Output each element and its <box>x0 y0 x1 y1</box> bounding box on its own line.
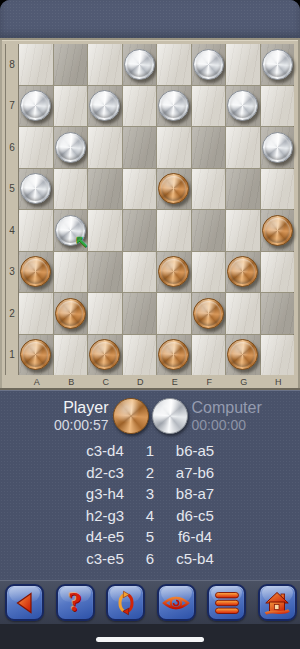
player-move: c3-e5 <box>75 548 135 570</box>
square-f4[interactable] <box>192 210 226 251</box>
status-bar-band <box>0 0 300 38</box>
square-g5[interactable] <box>226 169 260 210</box>
info-panel: Player 00:00:57 Computer 00:00:00 c3-d41… <box>0 390 300 580</box>
move-number: 6 <box>135 548 165 570</box>
square-d5[interactable] <box>123 169 157 210</box>
square-h1[interactable] <box>261 335 295 376</box>
move-list[interactable]: c3-d41b6-a5d2-c32a7-b6g3-h43b8-a7h2-g34d… <box>75 440 225 569</box>
file-label-E: E <box>158 375 192 388</box>
square-e3[interactable] <box>157 252 191 293</box>
square-b5[interactable] <box>54 169 88 210</box>
square-g4[interactable] <box>226 210 260 251</box>
square-c7[interactable] <box>88 86 122 127</box>
toolbar: ? <box>0 580 300 624</box>
square-d8[interactable] <box>123 44 157 85</box>
square-h4[interactable] <box>261 210 295 251</box>
square-e1[interactable] <box>157 335 191 376</box>
menu-bars-icon <box>214 591 240 615</box>
square-g7[interactable] <box>226 86 260 127</box>
move-number: 5 <box>135 526 165 548</box>
eye-icon <box>161 591 191 615</box>
square-b6[interactable] <box>54 127 88 168</box>
computer-move: b8-a7 <box>165 483 225 505</box>
square-f8[interactable] <box>192 44 226 85</box>
file-labels: ABCDEFGH <box>20 375 295 388</box>
file-label-C: C <box>89 375 123 388</box>
checker-player[interactable] <box>55 298 86 329</box>
checker-computer[interactable] <box>20 90 51 121</box>
square-b1[interactable] <box>54 335 88 376</box>
square-e5[interactable] <box>157 169 191 210</box>
computer-color-disc <box>152 398 188 434</box>
square-g1[interactable] <box>226 335 260 376</box>
square-c2[interactable] <box>88 293 122 334</box>
square-d4[interactable] <box>123 210 157 251</box>
square-g6[interactable] <box>226 127 260 168</box>
square-h7[interactable] <box>261 86 295 127</box>
rank-label-1: 1 <box>6 335 18 376</box>
square-c5[interactable] <box>88 169 122 210</box>
square-d6[interactable] <box>123 127 157 168</box>
checkers-board[interactable]: ↖ <box>19 44 294 375</box>
square-h6[interactable] <box>261 127 295 168</box>
checker-player[interactable] <box>20 339 51 370</box>
checker-computer[interactable] <box>262 132 293 163</box>
home-icon <box>263 590 291 616</box>
square-a2[interactable] <box>19 293 53 334</box>
checker-player[interactable] <box>158 256 189 287</box>
player-clock: 00:00:57 <box>54 417 109 433</box>
checkers-board-frame: 87654321 ↖ ABCDEFGH <box>0 38 300 390</box>
file-label-B: B <box>55 375 89 388</box>
bottom-system-band <box>0 624 300 649</box>
square-b3[interactable] <box>54 252 88 293</box>
checker-player[interactable] <box>227 339 258 370</box>
square-e7[interactable] <box>157 86 191 127</box>
undo-button[interactable] <box>5 584 44 621</box>
checker-computer[interactable] <box>55 132 86 163</box>
square-h3[interactable] <box>261 252 295 293</box>
computer-label: Computer <box>192 399 262 417</box>
checker-player[interactable] <box>193 298 224 329</box>
checker-computer[interactable] <box>193 49 224 80</box>
help-button[interactable]: ? <box>56 584 95 621</box>
rank-label-8: 8 <box>6 44 18 85</box>
square-d7[interactable] <box>123 86 157 127</box>
square-h2[interactable] <box>261 293 295 334</box>
square-b8[interactable] <box>54 44 88 85</box>
rotate-arrows-icon <box>113 590 139 616</box>
player-move: d2-c3 <box>75 462 135 484</box>
square-c6[interactable] <box>88 127 122 168</box>
computer-move: d6-c5 <box>165 505 225 527</box>
square-a1[interactable] <box>19 335 53 376</box>
square-f3[interactable] <box>192 252 226 293</box>
hint-button[interactable] <box>157 584 196 621</box>
square-h8[interactable] <box>261 44 295 85</box>
player-move: g3-h4 <box>75 483 135 505</box>
last-move-arrow-icon: ↖ <box>75 233 89 250</box>
square-f6[interactable] <box>192 127 226 168</box>
move-number: 3 <box>135 483 165 505</box>
checker-computer[interactable] <box>227 90 258 121</box>
home-button[interactable] <box>258 584 297 621</box>
menu-button[interactable] <box>207 584 246 621</box>
rank-label-5: 5 <box>6 169 18 210</box>
square-a8[interactable] <box>19 44 53 85</box>
square-c4[interactable] <box>88 210 122 251</box>
file-label-H: H <box>262 375 296 388</box>
square-f5[interactable] <box>192 169 226 210</box>
app-screen: 87654321 ↖ ABCDEFGH Player 00:00:57 Comp… <box>0 0 300 649</box>
checker-player[interactable] <box>89 339 120 370</box>
move-number: 1 <box>135 440 165 462</box>
square-b7[interactable] <box>54 86 88 127</box>
computer-move: b6-a5 <box>165 440 225 462</box>
square-f7[interactable] <box>192 86 226 127</box>
checker-computer[interactable] <box>89 90 120 121</box>
question-mark-icon: ? <box>68 589 82 616</box>
square-d3[interactable] <box>123 252 157 293</box>
square-h5[interactable] <box>261 169 295 210</box>
player-label: Player <box>63 399 108 417</box>
checker-player[interactable] <box>158 339 189 370</box>
file-label-A: A <box>20 375 54 388</box>
computer-clock: 00:00:00 <box>192 417 247 433</box>
player-move: c3-d4 <box>75 440 135 462</box>
home-indicator[interactable] <box>96 637 204 642</box>
move-number: 2 <box>135 462 165 484</box>
square-g8[interactable] <box>226 44 260 85</box>
players-header: Player 00:00:57 Computer 00:00:00 <box>0 398 300 434</box>
computer-move: a7-b6 <box>165 462 225 484</box>
checker-player[interactable] <box>20 256 51 287</box>
square-e2[interactable] <box>157 293 191 334</box>
square-c1[interactable] <box>88 335 122 376</box>
square-b4[interactable]: ↖ <box>54 210 88 251</box>
square-a5[interactable] <box>19 169 53 210</box>
square-f1[interactable] <box>192 335 226 376</box>
checker-computer[interactable] <box>124 49 155 80</box>
checker-computer[interactable] <box>262 49 293 80</box>
square-d1[interactable] <box>123 335 157 376</box>
player-color-disc <box>113 398 149 434</box>
rank-label-7: 7 <box>6 86 18 127</box>
square-a4[interactable] <box>19 210 53 251</box>
checker-computer[interactable]: ↖ <box>55 215 86 246</box>
square-g3[interactable] <box>226 252 260 293</box>
checker-player[interactable] <box>262 215 293 246</box>
square-e4[interactable] <box>157 210 191 251</box>
checker-computer[interactable] <box>158 90 189 121</box>
computer-move: f6-d4 <box>165 526 225 548</box>
square-e6[interactable] <box>157 127 191 168</box>
rank-label-3: 3 <box>6 252 18 293</box>
checker-player[interactable] <box>227 256 258 287</box>
computer-move: c5-b4 <box>165 548 225 570</box>
file-label-F: F <box>193 375 227 388</box>
square-c3[interactable] <box>88 252 122 293</box>
checker-computer[interactable] <box>20 173 51 204</box>
square-e8[interactable] <box>157 44 191 85</box>
player-move: h2-g3 <box>75 505 135 527</box>
square-b2[interactable] <box>54 293 88 334</box>
move-number: 4 <box>135 505 165 527</box>
file-label-G: G <box>227 375 261 388</box>
rank-label-6: 6 <box>6 127 18 168</box>
rank-labels: 87654321 <box>5 44 19 375</box>
square-d2[interactable] <box>123 293 157 334</box>
square-g2[interactable] <box>226 293 260 334</box>
file-label-D: D <box>124 375 158 388</box>
checker-player[interactable] <box>158 173 189 204</box>
player-move: d4-e5 <box>75 526 135 548</box>
square-a3[interactable] <box>19 252 53 293</box>
square-a7[interactable] <box>19 86 53 127</box>
square-c8[interactable] <box>88 44 122 85</box>
square-f2[interactable] <box>192 293 226 334</box>
rank-label-4: 4 <box>6 210 18 251</box>
square-a6[interactable] <box>19 127 53 168</box>
rank-label-2: 2 <box>6 293 18 334</box>
restart-button[interactable] <box>106 584 145 621</box>
back-arrow-icon <box>12 590 38 616</box>
